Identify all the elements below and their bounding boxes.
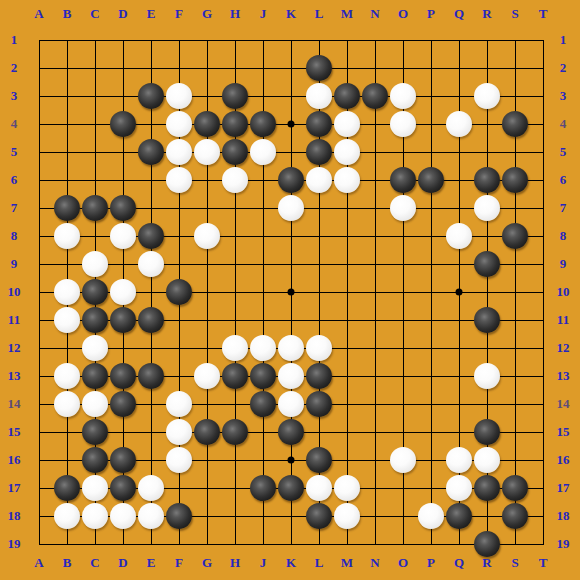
intersection-F17[interactable]	[165, 474, 193, 502]
intersection-R7[interactable]	[473, 194, 501, 222]
intersection-C10[interactable]	[81, 278, 109, 306]
intersection-Q15[interactable]	[445, 418, 473, 446]
intersection-F12[interactable]	[165, 334, 193, 362]
intersection-K6[interactable]	[277, 166, 305, 194]
intersection-P8[interactable]	[417, 222, 445, 250]
intersection-R6[interactable]	[473, 166, 501, 194]
intersection-O10[interactable]	[389, 278, 417, 306]
intersection-E6[interactable]	[137, 166, 165, 194]
intersection-F11[interactable]	[165, 306, 193, 334]
intersection-R5[interactable]	[473, 138, 501, 166]
intersection-S14[interactable]	[501, 390, 529, 418]
intersection-K15[interactable]	[277, 418, 305, 446]
intersection-Q4[interactable]	[445, 110, 473, 138]
intersection-F14[interactable]	[165, 390, 193, 418]
intersection-Q14[interactable]	[445, 390, 473, 418]
intersection-B14[interactable]	[53, 390, 81, 418]
intersection-G10[interactable]	[193, 278, 221, 306]
intersection-E10[interactable]	[137, 278, 165, 306]
intersection-M2[interactable]	[333, 54, 361, 82]
intersection-J13[interactable]	[249, 362, 277, 390]
intersection-J16[interactable]	[249, 446, 277, 474]
intersection-L12[interactable]	[305, 334, 333, 362]
intersection-P15[interactable]	[417, 418, 445, 446]
intersection-C4[interactable]	[81, 110, 109, 138]
intersection-E5[interactable]	[137, 138, 165, 166]
intersection-A14[interactable]	[25, 390, 53, 418]
intersection-R10[interactable]	[473, 278, 501, 306]
intersection-B11[interactable]	[53, 306, 81, 334]
intersection-H12[interactable]	[221, 334, 249, 362]
intersection-N1[interactable]	[361, 26, 389, 54]
intersection-S5[interactable]	[501, 138, 529, 166]
intersection-J5[interactable]	[249, 138, 277, 166]
intersection-D3[interactable]	[109, 82, 137, 110]
intersection-J17[interactable]	[249, 474, 277, 502]
intersection-D8[interactable]	[109, 222, 137, 250]
intersection-K18[interactable]	[277, 502, 305, 530]
intersection-N12[interactable]	[361, 334, 389, 362]
intersection-N5[interactable]	[361, 138, 389, 166]
intersection-L18[interactable]	[305, 502, 333, 530]
intersection-F5[interactable]	[165, 138, 193, 166]
intersection-O9[interactable]	[389, 250, 417, 278]
intersection-F8[interactable]	[165, 222, 193, 250]
intersection-Q17[interactable]	[445, 474, 473, 502]
intersection-H5[interactable]	[221, 138, 249, 166]
intersection-K17[interactable]	[277, 474, 305, 502]
intersection-P6[interactable]	[417, 166, 445, 194]
intersection-G16[interactable]	[193, 446, 221, 474]
intersection-D15[interactable]	[109, 418, 137, 446]
intersection-D10[interactable]	[109, 278, 137, 306]
intersection-P14[interactable]	[417, 390, 445, 418]
intersection-K13[interactable]	[277, 362, 305, 390]
intersection-Q6[interactable]	[445, 166, 473, 194]
intersection-P2[interactable]	[417, 54, 445, 82]
intersection-D18[interactable]	[109, 502, 137, 530]
intersection-L4[interactable]	[305, 110, 333, 138]
intersection-S10[interactable]	[501, 278, 529, 306]
intersection-G8[interactable]	[193, 222, 221, 250]
intersection-R4[interactable]	[473, 110, 501, 138]
intersection-P11[interactable]	[417, 306, 445, 334]
intersection-B4[interactable]	[53, 110, 81, 138]
intersection-F15[interactable]	[165, 418, 193, 446]
intersection-A5[interactable]	[25, 138, 53, 166]
intersection-H2[interactable]	[221, 54, 249, 82]
intersection-O14[interactable]	[389, 390, 417, 418]
intersection-N3[interactable]	[361, 82, 389, 110]
intersection-J15[interactable]	[249, 418, 277, 446]
intersection-H6[interactable]	[221, 166, 249, 194]
intersection-S8[interactable]	[501, 222, 529, 250]
intersection-K14[interactable]	[277, 390, 305, 418]
intersection-R17[interactable]	[473, 474, 501, 502]
intersection-B1[interactable]	[53, 26, 81, 54]
intersection-R2[interactable]	[473, 54, 501, 82]
intersection-P17[interactable]	[417, 474, 445, 502]
intersection-A6[interactable]	[25, 166, 53, 194]
intersection-N10[interactable]	[361, 278, 389, 306]
intersection-J14[interactable]	[249, 390, 277, 418]
intersection-K9[interactable]	[277, 250, 305, 278]
intersection-Q3[interactable]	[445, 82, 473, 110]
intersection-S12[interactable]	[501, 334, 529, 362]
intersection-O7[interactable]	[389, 194, 417, 222]
intersection-R15[interactable]	[473, 418, 501, 446]
intersection-F13[interactable]	[165, 362, 193, 390]
intersection-B17[interactable]	[53, 474, 81, 502]
intersection-L11[interactable]	[305, 306, 333, 334]
intersection-R1[interactable]	[473, 26, 501, 54]
intersection-L17[interactable]	[305, 474, 333, 502]
intersection-M15[interactable]	[333, 418, 361, 446]
intersection-B10[interactable]	[53, 278, 81, 306]
intersection-C9[interactable]	[81, 250, 109, 278]
intersection-L14[interactable]	[305, 390, 333, 418]
intersection-N14[interactable]	[361, 390, 389, 418]
intersection-D9[interactable]	[109, 250, 137, 278]
intersection-K5[interactable]	[277, 138, 305, 166]
intersection-E15[interactable]	[137, 418, 165, 446]
intersection-D14[interactable]	[109, 390, 137, 418]
intersection-B9[interactable]	[53, 250, 81, 278]
intersection-D2[interactable]	[109, 54, 137, 82]
intersection-A10[interactable]	[25, 278, 53, 306]
intersection-E8[interactable]	[137, 222, 165, 250]
intersection-H14[interactable]	[221, 390, 249, 418]
intersection-O12[interactable]	[389, 334, 417, 362]
intersection-K1[interactable]	[277, 26, 305, 54]
intersection-O1[interactable]	[389, 26, 417, 54]
intersection-F18[interactable]	[165, 502, 193, 530]
intersection-G7[interactable]	[193, 194, 221, 222]
intersection-P12[interactable]	[417, 334, 445, 362]
intersection-H15[interactable]	[221, 418, 249, 446]
intersection-Q1[interactable]	[445, 26, 473, 54]
intersection-D13[interactable]	[109, 362, 137, 390]
intersection-L2[interactable]	[305, 54, 333, 82]
intersection-O4[interactable]	[389, 110, 417, 138]
intersection-A17[interactable]	[25, 474, 53, 502]
intersection-C2[interactable]	[81, 54, 109, 82]
intersection-M11[interactable]	[333, 306, 361, 334]
intersection-Q10[interactable]	[445, 278, 473, 306]
intersection-E11[interactable]	[137, 306, 165, 334]
intersection-A16[interactable]	[25, 446, 53, 474]
intersection-J1[interactable]	[249, 26, 277, 54]
intersection-H18[interactable]	[221, 502, 249, 530]
intersection-K7[interactable]	[277, 194, 305, 222]
intersection-A11[interactable]	[25, 306, 53, 334]
intersection-N17[interactable]	[361, 474, 389, 502]
intersection-O13[interactable]	[389, 362, 417, 390]
intersection-B8[interactable]	[53, 222, 81, 250]
intersection-F4[interactable]	[165, 110, 193, 138]
intersection-M18[interactable]	[333, 502, 361, 530]
intersection-G4[interactable]	[193, 110, 221, 138]
intersection-L16[interactable]	[305, 446, 333, 474]
intersection-K3[interactable]	[277, 82, 305, 110]
intersection-M9[interactable]	[333, 250, 361, 278]
intersection-S9[interactable]	[501, 250, 529, 278]
intersection-G1[interactable]	[193, 26, 221, 54]
intersection-O2[interactable]	[389, 54, 417, 82]
intersection-L13[interactable]	[305, 362, 333, 390]
intersection-Q9[interactable]	[445, 250, 473, 278]
intersection-R16[interactable]	[473, 446, 501, 474]
intersection-J11[interactable]	[249, 306, 277, 334]
intersection-O18[interactable]	[389, 502, 417, 530]
intersection-M17[interactable]	[333, 474, 361, 502]
intersection-L10[interactable]	[305, 278, 333, 306]
intersection-Q11[interactable]	[445, 306, 473, 334]
intersection-C6[interactable]	[81, 166, 109, 194]
intersection-N2[interactable]	[361, 54, 389, 82]
intersection-N11[interactable]	[361, 306, 389, 334]
intersection-D6[interactable]	[109, 166, 137, 194]
intersection-H17[interactable]	[221, 474, 249, 502]
intersection-E18[interactable]	[137, 502, 165, 530]
intersection-F10[interactable]	[165, 278, 193, 306]
intersection-D11[interactable]	[109, 306, 137, 334]
intersection-L15[interactable]	[305, 418, 333, 446]
intersection-L9[interactable]	[305, 250, 333, 278]
intersection-O16[interactable]	[389, 446, 417, 474]
intersection-J8[interactable]	[249, 222, 277, 250]
intersection-O17[interactable]	[389, 474, 417, 502]
intersection-C16[interactable]	[81, 446, 109, 474]
intersection-P18[interactable]	[417, 502, 445, 530]
intersection-S18[interactable]	[501, 502, 529, 530]
intersection-E14[interactable]	[137, 390, 165, 418]
intersection-M3[interactable]	[333, 82, 361, 110]
intersection-M5[interactable]	[333, 138, 361, 166]
intersection-D1[interactable]	[109, 26, 137, 54]
intersection-L1[interactable]	[305, 26, 333, 54]
intersection-A15[interactable]	[25, 418, 53, 446]
intersection-P7[interactable]	[417, 194, 445, 222]
intersection-D17[interactable]	[109, 474, 137, 502]
intersection-O15[interactable]	[389, 418, 417, 446]
intersection-H4[interactable]	[221, 110, 249, 138]
intersection-S15[interactable]	[501, 418, 529, 446]
intersection-F7[interactable]	[165, 194, 193, 222]
intersection-G2[interactable]	[193, 54, 221, 82]
intersection-C13[interactable]	[81, 362, 109, 390]
intersection-Q13[interactable]	[445, 362, 473, 390]
intersection-F3[interactable]	[165, 82, 193, 110]
intersection-A1[interactable]	[25, 26, 53, 54]
intersection-A12[interactable]	[25, 334, 53, 362]
intersection-Q8[interactable]	[445, 222, 473, 250]
intersection-J4[interactable]	[249, 110, 277, 138]
intersection-M1[interactable]	[333, 26, 361, 54]
intersection-H9[interactable]	[221, 250, 249, 278]
intersection-E17[interactable]	[137, 474, 165, 502]
intersection-B16[interactable]	[53, 446, 81, 474]
intersection-S6[interactable]	[501, 166, 529, 194]
intersection-C11[interactable]	[81, 306, 109, 334]
intersection-D4[interactable]	[109, 110, 137, 138]
intersection-G6[interactable]	[193, 166, 221, 194]
intersection-H10[interactable]	[221, 278, 249, 306]
intersection-A9[interactable]	[25, 250, 53, 278]
intersection-O11[interactable]	[389, 306, 417, 334]
intersection-P10[interactable]	[417, 278, 445, 306]
intersection-B13[interactable]	[53, 362, 81, 390]
intersection-S16[interactable]	[501, 446, 529, 474]
intersection-C5[interactable]	[81, 138, 109, 166]
intersection-O6[interactable]	[389, 166, 417, 194]
intersection-M12[interactable]	[333, 334, 361, 362]
intersection-A4[interactable]	[25, 110, 53, 138]
intersection-E12[interactable]	[137, 334, 165, 362]
intersection-B15[interactable]	[53, 418, 81, 446]
intersection-M4[interactable]	[333, 110, 361, 138]
intersection-N6[interactable]	[361, 166, 389, 194]
intersection-B5[interactable]	[53, 138, 81, 166]
intersection-N4[interactable]	[361, 110, 389, 138]
intersection-O3[interactable]	[389, 82, 417, 110]
intersection-N16[interactable]	[361, 446, 389, 474]
intersection-J6[interactable]	[249, 166, 277, 194]
intersection-J2[interactable]	[249, 54, 277, 82]
intersection-C14[interactable]	[81, 390, 109, 418]
intersection-L8[interactable]	[305, 222, 333, 250]
intersection-G5[interactable]	[193, 138, 221, 166]
intersection-R14[interactable]	[473, 390, 501, 418]
intersection-D16[interactable]	[109, 446, 137, 474]
intersection-R13[interactable]	[473, 362, 501, 390]
intersection-E1[interactable]	[137, 26, 165, 54]
intersection-G14[interactable]	[193, 390, 221, 418]
intersection-Q5[interactable]	[445, 138, 473, 166]
intersection-R12[interactable]	[473, 334, 501, 362]
intersection-M7[interactable]	[333, 194, 361, 222]
intersection-E2[interactable]	[137, 54, 165, 82]
intersection-F6[interactable]	[165, 166, 193, 194]
intersection-B18[interactable]	[53, 502, 81, 530]
intersection-H3[interactable]	[221, 82, 249, 110]
intersection-M6[interactable]	[333, 166, 361, 194]
intersection-E9[interactable]	[137, 250, 165, 278]
intersection-S11[interactable]	[501, 306, 529, 334]
intersection-Q16[interactable]	[445, 446, 473, 474]
intersection-N7[interactable]	[361, 194, 389, 222]
intersection-E16[interactable]	[137, 446, 165, 474]
intersection-L5[interactable]	[305, 138, 333, 166]
intersection-B6[interactable]	[53, 166, 81, 194]
intersection-M14[interactable]	[333, 390, 361, 418]
intersection-H7[interactable]	[221, 194, 249, 222]
intersection-B3[interactable]	[53, 82, 81, 110]
intersection-L3[interactable]	[305, 82, 333, 110]
intersection-S13[interactable]	[501, 362, 529, 390]
intersection-O8[interactable]	[389, 222, 417, 250]
intersection-N15[interactable]	[361, 418, 389, 446]
intersection-R9[interactable]	[473, 250, 501, 278]
intersection-K8[interactable]	[277, 222, 305, 250]
intersection-S3[interactable]	[501, 82, 529, 110]
intersection-Q7[interactable]	[445, 194, 473, 222]
intersection-C1[interactable]	[81, 26, 109, 54]
intersection-C3[interactable]	[81, 82, 109, 110]
intersection-C15[interactable]	[81, 418, 109, 446]
intersection-C12[interactable]	[81, 334, 109, 362]
intersection-Q12[interactable]	[445, 334, 473, 362]
intersection-F9[interactable]	[165, 250, 193, 278]
intersection-N18[interactable]	[361, 502, 389, 530]
intersection-J10[interactable]	[249, 278, 277, 306]
intersection-H11[interactable]	[221, 306, 249, 334]
intersection-K2[interactable]	[277, 54, 305, 82]
intersection-N9[interactable]	[361, 250, 389, 278]
intersection-G17[interactable]	[193, 474, 221, 502]
intersection-P13[interactable]	[417, 362, 445, 390]
intersection-R8[interactable]	[473, 222, 501, 250]
intersection-G15[interactable]	[193, 418, 221, 446]
intersection-J9[interactable]	[249, 250, 277, 278]
intersection-F2[interactable]	[165, 54, 193, 82]
intersection-B2[interactable]	[53, 54, 81, 82]
intersection-R18[interactable]	[473, 502, 501, 530]
intersection-S17[interactable]	[501, 474, 529, 502]
intersection-A2[interactable]	[25, 54, 53, 82]
intersection-H13[interactable]	[221, 362, 249, 390]
intersection-F16[interactable]	[165, 446, 193, 474]
intersection-K10[interactable]	[277, 278, 305, 306]
intersection-F1[interactable]	[165, 26, 193, 54]
intersection-Q18[interactable]	[445, 502, 473, 530]
intersection-L6[interactable]	[305, 166, 333, 194]
intersection-P5[interactable]	[417, 138, 445, 166]
intersection-S7[interactable]	[501, 194, 529, 222]
intersection-G18[interactable]	[193, 502, 221, 530]
intersection-A7[interactable]	[25, 194, 53, 222]
intersection-H8[interactable]	[221, 222, 249, 250]
intersection-M10[interactable]	[333, 278, 361, 306]
intersection-K12[interactable]	[277, 334, 305, 362]
intersection-R3[interactable]	[473, 82, 501, 110]
intersection-D12[interactable]	[109, 334, 137, 362]
intersection-C18[interactable]	[81, 502, 109, 530]
intersection-A13[interactable]	[25, 362, 53, 390]
intersection-N13[interactable]	[361, 362, 389, 390]
intersection-D7[interactable]	[109, 194, 137, 222]
intersection-M13[interactable]	[333, 362, 361, 390]
intersection-G11[interactable]	[193, 306, 221, 334]
intersection-G13[interactable]	[193, 362, 221, 390]
intersection-P9[interactable]	[417, 250, 445, 278]
intersection-J12[interactable]	[249, 334, 277, 362]
intersection-P1[interactable]	[417, 26, 445, 54]
intersection-G9[interactable]	[193, 250, 221, 278]
intersection-C7[interactable]	[81, 194, 109, 222]
intersection-K16[interactable]	[277, 446, 305, 474]
intersection-J7[interactable]	[249, 194, 277, 222]
intersection-M16[interactable]	[333, 446, 361, 474]
intersection-P4[interactable]	[417, 110, 445, 138]
intersection-H16[interactable]	[221, 446, 249, 474]
intersection-G12[interactable]	[193, 334, 221, 362]
intersection-Q2[interactable]	[445, 54, 473, 82]
intersection-O5[interactable]	[389, 138, 417, 166]
intersection-R11[interactable]	[473, 306, 501, 334]
intersection-S4[interactable]	[501, 110, 529, 138]
intersection-E4[interactable]	[137, 110, 165, 138]
